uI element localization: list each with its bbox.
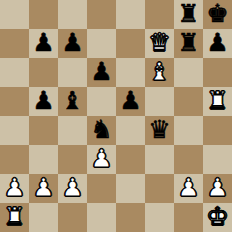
square-e5[interactable]: ♟ (116, 87, 145, 116)
square-h3[interactable] (203, 145, 232, 174)
square-g5[interactable] (174, 87, 203, 116)
square-h8[interactable]: ♚ (203, 0, 232, 29)
square-e8[interactable] (116, 0, 145, 29)
square-f7[interactable]: ♛ (145, 29, 174, 58)
piece-black-pawn: ♟ (32, 87, 54, 115)
square-g1[interactable] (174, 203, 203, 232)
square-d4[interactable]: ♞ (87, 116, 116, 145)
square-c3[interactable] (58, 145, 87, 174)
square-c1[interactable] (58, 203, 87, 232)
piece-black-queen: ♛ (148, 116, 170, 144)
piece-white-pawn: ♟ (3, 174, 25, 202)
square-g6[interactable] (174, 58, 203, 87)
square-f5[interactable] (145, 87, 174, 116)
square-e7[interactable] (116, 29, 145, 58)
piece-black-pawn: ♟ (61, 29, 83, 57)
square-d6[interactable]: ♟ (87, 58, 116, 87)
square-d3[interactable]: ♟ (87, 145, 116, 174)
square-e3[interactable] (116, 145, 145, 174)
square-c7[interactable]: ♟ (58, 29, 87, 58)
square-c8[interactable] (58, 0, 87, 29)
square-g2[interactable]: ♟ (174, 174, 203, 203)
piece-black-rook: ♜ (177, 0, 199, 28)
square-h2[interactable]: ♟ (203, 174, 232, 203)
square-a5[interactable] (0, 87, 29, 116)
square-g4[interactable] (174, 116, 203, 145)
square-c2[interactable]: ♟ (58, 174, 87, 203)
piece-white-king: ♚ (206, 203, 228, 231)
piece-white-pawn: ♟ (206, 174, 228, 202)
square-h6[interactable] (203, 58, 232, 87)
square-h4[interactable] (203, 116, 232, 145)
piece-black-pawn: ♟ (32, 29, 54, 57)
square-f8[interactable] (145, 0, 174, 29)
piece-black-pawn: ♟ (206, 29, 228, 57)
piece-black-pawn: ♟ (90, 58, 112, 86)
square-f4[interactable]: ♛ (145, 116, 174, 145)
square-d2[interactable] (87, 174, 116, 203)
piece-white-rook: ♜ (3, 203, 25, 231)
square-f1[interactable] (145, 203, 174, 232)
square-e6[interactable] (116, 58, 145, 87)
square-b3[interactable] (29, 145, 58, 174)
piece-white-bishop: ♝ (148, 58, 170, 86)
piece-white-pawn: ♟ (32, 174, 54, 202)
piece-black-rook: ♜ (177, 29, 199, 57)
piece-white-pawn: ♟ (177, 174, 199, 202)
square-c4[interactable] (58, 116, 87, 145)
square-f2[interactable] (145, 174, 174, 203)
piece-black-king: ♚ (206, 0, 228, 28)
square-a8[interactable] (0, 0, 29, 29)
square-a3[interactable] (0, 145, 29, 174)
square-g3[interactable] (174, 145, 203, 174)
square-b8[interactable] (29, 0, 58, 29)
square-a1[interactable]: ♜ (0, 203, 29, 232)
square-a2[interactable]: ♟ (0, 174, 29, 203)
square-e1[interactable] (116, 203, 145, 232)
square-f6[interactable]: ♝ (145, 58, 174, 87)
piece-white-pawn: ♟ (61, 174, 83, 202)
square-h7[interactable]: ♟ (203, 29, 232, 58)
square-b5[interactable]: ♟ (29, 87, 58, 116)
piece-black-pawn: ♟ (119, 87, 141, 115)
piece-black-knight: ♞ (90, 116, 112, 144)
piece-black-bishop: ♝ (61, 87, 83, 115)
square-c5[interactable]: ♝ (58, 87, 87, 116)
square-a6[interactable] (0, 58, 29, 87)
square-a4[interactable] (0, 116, 29, 145)
square-b1[interactable] (29, 203, 58, 232)
square-b4[interactable] (29, 116, 58, 145)
square-b7[interactable]: ♟ (29, 29, 58, 58)
square-d5[interactable] (87, 87, 116, 116)
square-c6[interactable] (58, 58, 87, 87)
piece-white-pawn: ♟ (90, 145, 112, 173)
square-d7[interactable] (87, 29, 116, 58)
square-b6[interactable] (29, 58, 58, 87)
square-e4[interactable] (116, 116, 145, 145)
square-b2[interactable]: ♟ (29, 174, 58, 203)
square-g7[interactable]: ♜ (174, 29, 203, 58)
square-d8[interactable] (87, 0, 116, 29)
square-h1[interactable]: ♚ (203, 203, 232, 232)
square-a7[interactable] (0, 29, 29, 58)
square-f3[interactable] (145, 145, 174, 174)
piece-white-queen: ♛ (148, 29, 170, 57)
square-e2[interactable] (116, 174, 145, 203)
piece-white-rook: ♜ (206, 87, 228, 115)
square-h5[interactable]: ♜ (203, 87, 232, 116)
square-d1[interactable] (87, 203, 116, 232)
chess-board: ♜♚♟♟♛♜♟♟♝♟♝♟♜♞♛♟♟♟♟♟♟♜♚ (0, 0, 232, 232)
square-g8[interactable]: ♜ (174, 0, 203, 29)
